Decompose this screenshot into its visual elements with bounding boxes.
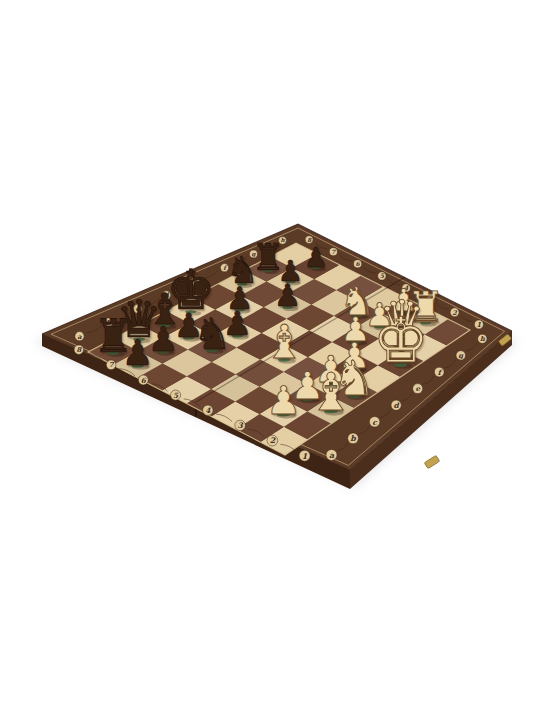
felt-base xyxy=(352,314,363,317)
rank-back-label: 4 xyxy=(404,284,409,291)
felt-base xyxy=(263,269,273,272)
felt-base xyxy=(237,283,247,286)
rank-back-label: 2 xyxy=(452,309,457,317)
felt-base xyxy=(347,394,361,398)
file-front-label: e xyxy=(415,384,420,393)
felt-base xyxy=(350,340,362,344)
file-front-label: b xyxy=(350,434,356,443)
file-back-label: d xyxy=(164,291,169,298)
felt-base xyxy=(234,308,245,311)
felt-base xyxy=(285,280,295,283)
rank-front-label: 3 xyxy=(237,421,243,430)
felt-base xyxy=(157,350,169,354)
hinge-icon xyxy=(424,455,440,468)
file-back-label: b xyxy=(106,319,111,327)
file-back-label: a xyxy=(77,333,82,341)
file-front-label: a xyxy=(329,451,335,460)
rank-back-label: 1 xyxy=(477,321,482,329)
felt-base xyxy=(206,348,218,352)
felt-base xyxy=(133,338,145,342)
felt-base xyxy=(374,325,386,328)
rank-front-label: 2 xyxy=(270,436,276,445)
felt-base xyxy=(231,334,243,337)
file-front-label: d xyxy=(394,401,400,410)
felt-base xyxy=(324,382,337,386)
felt-base xyxy=(159,324,171,327)
felt-base xyxy=(185,310,196,313)
felt-base xyxy=(324,409,338,413)
file-front-label: h xyxy=(480,335,485,343)
felt-base xyxy=(107,351,119,355)
rank-front-label: 1 xyxy=(302,452,308,461)
chess-board: 12345678abcdefghabcdefgh87654321 xyxy=(0,0,540,720)
felt-base xyxy=(131,364,144,368)
felt-base xyxy=(348,367,361,371)
felt-base xyxy=(311,266,321,269)
felt-base xyxy=(183,336,195,339)
rank-back-label: 3 xyxy=(428,296,433,303)
felt-base xyxy=(300,397,314,401)
product-photo-stage: 12345678abcdefghabcdefgh87654321 ♟♜♟♞♟♟♚… xyxy=(0,0,540,720)
felt-base xyxy=(398,310,409,313)
felt-base xyxy=(396,336,408,340)
felt-base xyxy=(278,358,291,362)
felt-base xyxy=(276,412,290,416)
felt-base xyxy=(394,363,407,367)
felt-base xyxy=(282,306,293,309)
rank-front-label: 4 xyxy=(205,406,211,415)
felt-base xyxy=(420,321,432,324)
